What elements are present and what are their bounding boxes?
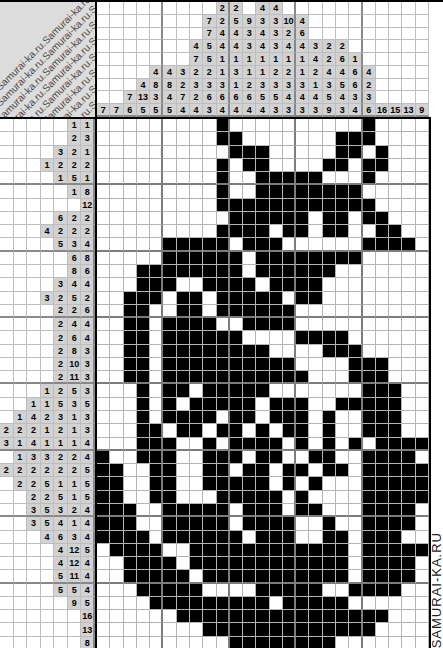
grid-cell-r36c11[interactable]	[230, 584, 243, 597]
grid-cell-r11c19[interactable]	[336, 252, 349, 265]
grid-cell-r30c25[interactable]	[416, 504, 429, 517]
grid-cell-r7c5[interactable]	[150, 199, 163, 212]
grid-cell-r38c19[interactable]	[336, 610, 349, 623]
grid-cell-r2c13[interactable]	[256, 132, 269, 145]
grid-cell-r22c23[interactable]	[389, 398, 402, 411]
grid-cell-r34c11[interactable]	[230, 557, 243, 570]
grid-cell-r30c16[interactable]	[296, 504, 309, 517]
grid-cell-r17c20[interactable]	[349, 331, 362, 344]
grid-cell-r17c3[interactable]	[124, 331, 137, 344]
grid-cell-r2c6[interactable]	[163, 132, 176, 145]
grid-cell-r40c18[interactable]	[323, 637, 336, 648]
grid-cell-r38c10[interactable]	[217, 610, 230, 623]
grid-cell-r15c13[interactable]	[256, 305, 269, 318]
grid-cell-r25c7[interactable]	[177, 438, 190, 451]
grid-cell-r26c7[interactable]	[177, 451, 190, 464]
grid-cell-r7c1[interactable]	[97, 199, 110, 212]
grid-cell-r13c8[interactable]	[190, 278, 203, 291]
grid-cell-r12c6[interactable]	[163, 265, 176, 278]
grid-cell-r31c21[interactable]	[363, 517, 376, 530]
grid-cell-r9c7[interactable]	[177, 225, 190, 238]
grid-cell-r29c24[interactable]	[402, 491, 415, 504]
grid-cell-r31c12[interactable]	[243, 517, 256, 530]
grid-cell-r32c16[interactable]	[296, 531, 309, 544]
grid-cell-r7c3[interactable]	[124, 199, 137, 212]
grid-cell-r10c20[interactable]	[349, 238, 362, 251]
grid-cell-r37c14[interactable]	[270, 597, 283, 610]
grid-cell-r35c4[interactable]	[137, 570, 150, 583]
grid-cell-r3c18[interactable]	[323, 146, 336, 159]
grid-cell-r31c13[interactable]	[256, 517, 269, 530]
grid-cell-r36c10[interactable]	[217, 584, 230, 597]
grid-cell-r40c14[interactable]	[270, 637, 283, 648]
grid-cell-r3c17[interactable]	[309, 146, 322, 159]
grid-cell-r8c11[interactable]	[230, 212, 243, 225]
grid-cell-r33c25[interactable]	[416, 544, 429, 557]
grid-cell-r15c8[interactable]	[190, 305, 203, 318]
grid-cell-r22c14[interactable]	[270, 398, 283, 411]
grid-cell-r37c15[interactable]	[283, 597, 296, 610]
grid-cell-r12c4[interactable]	[137, 265, 150, 278]
grid-cell-r20c17[interactable]	[309, 371, 322, 384]
grid-cell-r29c9[interactable]	[203, 491, 216, 504]
grid-cell-r9c21[interactable]	[363, 225, 376, 238]
grid-cell-r27c2[interactable]	[110, 464, 123, 477]
grid-cell-r30c19[interactable]	[336, 504, 349, 517]
grid-cell-r10c15[interactable]	[283, 238, 296, 251]
grid-cell-r7c8[interactable]	[190, 199, 203, 212]
grid-cell-r5c8[interactable]	[190, 172, 203, 185]
grid-cell-r22c2[interactable]	[110, 398, 123, 411]
grid-cell-r33c16[interactable]	[296, 544, 309, 557]
grid-cell-r37c7[interactable]	[177, 597, 190, 610]
grid-cell-r36c13[interactable]	[256, 584, 269, 597]
grid-cell-r20c22[interactable]	[376, 371, 389, 384]
grid-cell-r39c22[interactable]	[376, 623, 389, 636]
grid-cell-r4c7[interactable]	[177, 159, 190, 172]
grid-cell-r7c19[interactable]	[336, 199, 349, 212]
grid-cell-r7c16[interactable]	[296, 199, 309, 212]
grid-cell-r32c10[interactable]	[217, 531, 230, 544]
grid-cell-r17c2[interactable]	[110, 331, 123, 344]
grid-cell-r34c17[interactable]	[309, 557, 322, 570]
grid-cell-r4c21[interactable]	[363, 159, 376, 172]
grid-cell-r3c13[interactable]	[256, 146, 269, 159]
grid-cell-r36c25[interactable]	[416, 584, 429, 597]
grid-cell-r1c1[interactable]	[97, 119, 110, 132]
grid-cell-r7c21[interactable]	[363, 199, 376, 212]
grid-cell-r29c16[interactable]	[296, 491, 309, 504]
grid-cell-r5c11[interactable]	[230, 172, 243, 185]
grid-cell-r16c19[interactable]	[336, 318, 349, 331]
grid-cell-r37c6[interactable]	[163, 597, 176, 610]
grid-cell-r6c20[interactable]	[349, 185, 362, 198]
grid-cell-r32c2[interactable]	[110, 531, 123, 544]
grid-cell-r5c3[interactable]	[124, 172, 137, 185]
grid-cell-r21c4[interactable]	[137, 384, 150, 397]
grid-cell-r10c5[interactable]	[150, 238, 163, 251]
grid-cell-r20c19[interactable]	[336, 371, 349, 384]
grid-cell-r2c17[interactable]	[309, 132, 322, 145]
grid-cell-r1c20[interactable]	[349, 119, 362, 132]
grid-cell-r37c19[interactable]	[336, 597, 349, 610]
grid-cell-r25c4[interactable]	[137, 438, 150, 451]
grid-cell-r37c10[interactable]	[217, 597, 230, 610]
grid-cell-r19c14[interactable]	[270, 358, 283, 371]
grid-cell-r38c16[interactable]	[296, 610, 309, 623]
grid-cell-r31c14[interactable]	[270, 517, 283, 530]
grid-cell-r18c16[interactable]	[296, 345, 309, 358]
grid-cell-r27c16[interactable]	[296, 464, 309, 477]
grid-cell-r26c2[interactable]	[110, 451, 123, 464]
grid-cell-r4c20[interactable]	[349, 159, 362, 172]
grid-cell-r17c9[interactable]	[203, 331, 216, 344]
grid-cell-r15c20[interactable]	[349, 305, 362, 318]
grid-cell-r17c5[interactable]	[150, 331, 163, 344]
grid-cell-r40c10[interactable]	[217, 637, 230, 648]
grid-cell-r21c17[interactable]	[309, 384, 322, 397]
grid-cell-r29c13[interactable]	[256, 491, 269, 504]
grid-cell-r20c23[interactable]	[389, 371, 402, 384]
grid-cell-r8c5[interactable]	[150, 212, 163, 225]
grid-cell-r20c21[interactable]	[363, 371, 376, 384]
grid-cell-r12c13[interactable]	[256, 265, 269, 278]
grid-cell-r24c6[interactable]	[163, 424, 176, 437]
grid-cell-r38c12[interactable]	[243, 610, 256, 623]
grid-cell-r4c22[interactable]	[376, 159, 389, 172]
grid-cell-r9c10[interactable]	[217, 225, 230, 238]
grid-cell-r22c5[interactable]	[150, 398, 163, 411]
grid-cell-r4c13[interactable]	[256, 159, 269, 172]
grid-cell-r11c4[interactable]	[137, 252, 150, 265]
grid-cell-r25c13[interactable]	[256, 438, 269, 451]
grid-cell-r22c12[interactable]	[243, 398, 256, 411]
grid-cell-r14c19[interactable]	[336, 292, 349, 305]
grid-cell-r32c21[interactable]	[363, 531, 376, 544]
grid-cell-r36c8[interactable]	[190, 584, 203, 597]
grid-cell-r17c16[interactable]	[296, 331, 309, 344]
grid-cell-r20c2[interactable]	[110, 371, 123, 384]
grid-cell-r40c22[interactable]	[376, 637, 389, 648]
grid-cell-r16c20[interactable]	[349, 318, 362, 331]
grid-cell-r36c4[interactable]	[137, 584, 150, 597]
grid-cell-r15c9[interactable]	[203, 305, 216, 318]
grid-cell-r21c9[interactable]	[203, 384, 216, 397]
grid-cell-r11c18[interactable]	[323, 252, 336, 265]
grid-cell-r7c23[interactable]	[389, 199, 402, 212]
grid-cell-r13c23[interactable]	[389, 278, 402, 291]
grid-cell-r13c1[interactable]	[97, 278, 110, 291]
grid-cell-r13c18[interactable]	[323, 278, 336, 291]
grid-cell-r13c24[interactable]	[402, 278, 415, 291]
grid-cell-r4c23[interactable]	[389, 159, 402, 172]
grid-cell-r3c19[interactable]	[336, 146, 349, 159]
grid-cell-r8c18[interactable]	[323, 212, 336, 225]
grid-cell-r25c11[interactable]	[230, 438, 243, 451]
grid-cell-r32c6[interactable]	[163, 531, 176, 544]
grid-cell-r12c2[interactable]	[110, 265, 123, 278]
grid-cell-r16c11[interactable]	[230, 318, 243, 331]
grid-cell-r39c17[interactable]	[309, 623, 322, 636]
grid-cell-r16c21[interactable]	[363, 318, 376, 331]
grid-cell-r11c23[interactable]	[389, 252, 402, 265]
grid-cell-r32c12[interactable]	[243, 531, 256, 544]
grid-cell-r3c10[interactable]	[217, 146, 230, 159]
grid-cell-r17c22[interactable]	[376, 331, 389, 344]
grid-cell-r17c12[interactable]	[243, 331, 256, 344]
grid-cell-r29c20[interactable]	[349, 491, 362, 504]
grid-cell-r17c23[interactable]	[389, 331, 402, 344]
grid-cell-r6c7[interactable]	[177, 185, 190, 198]
grid-cell-r21c12[interactable]	[243, 384, 256, 397]
grid-cell-r17c18[interactable]	[323, 331, 336, 344]
grid-cell-r2c10[interactable]	[217, 132, 230, 145]
grid-cell-r30c13[interactable]	[256, 504, 269, 517]
grid-cell-r1c18[interactable]	[323, 119, 336, 132]
grid-cell-r4c5[interactable]	[150, 159, 163, 172]
grid-cell-r36c14[interactable]	[270, 584, 283, 597]
grid-cell-r16c1[interactable]	[97, 318, 110, 331]
grid-cell-r38c5[interactable]	[150, 610, 163, 623]
grid-cell-r1c21[interactable]	[363, 119, 376, 132]
grid-cell-r4c24[interactable]	[402, 159, 415, 172]
grid-cell-r13c25[interactable]	[416, 278, 429, 291]
grid-cell-r6c8[interactable]	[190, 185, 203, 198]
grid-cell-r23c5[interactable]	[150, 411, 163, 424]
grid-cell-r16c16[interactable]	[296, 318, 309, 331]
grid-cell-r33c21[interactable]	[363, 544, 376, 557]
grid-cell-r13c22[interactable]	[376, 278, 389, 291]
grid-cell-r8c4[interactable]	[137, 212, 150, 225]
grid-cell-r27c14[interactable]	[270, 464, 283, 477]
grid-cell-r6c25[interactable]	[416, 185, 429, 198]
grid-cell-r16c24[interactable]	[402, 318, 415, 331]
grid-cell-r23c6[interactable]	[163, 411, 176, 424]
grid-cell-r39c24[interactable]	[402, 623, 415, 636]
grid-cell-r31c11[interactable]	[230, 517, 243, 530]
grid-cell-r27c8[interactable]	[190, 464, 203, 477]
grid-cell-r26c13[interactable]	[256, 451, 269, 464]
grid-cell-r5c21[interactable]	[363, 172, 376, 185]
grid-cell-r22c1[interactable]	[97, 398, 110, 411]
grid-cell-r29c2[interactable]	[110, 491, 123, 504]
grid-cell-r18c4[interactable]	[137, 345, 150, 358]
grid-cell-r6c14[interactable]	[270, 185, 283, 198]
grid-cell-r7c2[interactable]	[110, 199, 123, 212]
grid-cell-r7c7[interactable]	[177, 199, 190, 212]
grid-cell-r15c7[interactable]	[177, 305, 190, 318]
grid-cell-r23c16[interactable]	[296, 411, 309, 424]
grid-cell-r20c13[interactable]	[256, 371, 269, 384]
grid-cell-r35c17[interactable]	[309, 570, 322, 583]
grid-cell-r19c20[interactable]	[349, 358, 362, 371]
grid-cell-r31c10[interactable]	[217, 517, 230, 530]
grid-cell-r13c19[interactable]	[336, 278, 349, 291]
grid-cell-r31c23[interactable]	[389, 517, 402, 530]
grid-cell-r23c2[interactable]	[110, 411, 123, 424]
grid-cell-r1c5[interactable]	[150, 119, 163, 132]
grid-cell-r40c15[interactable]	[283, 637, 296, 648]
grid-cell-r32c23[interactable]	[389, 531, 402, 544]
grid-cell-r4c6[interactable]	[163, 159, 176, 172]
grid-cell-r30c7[interactable]	[177, 504, 190, 517]
grid-cell-r28c15[interactable]	[283, 477, 296, 490]
grid-cell-r9c24[interactable]	[402, 225, 415, 238]
grid-cell-r28c19[interactable]	[336, 477, 349, 490]
grid-cell-r9c9[interactable]	[203, 225, 216, 238]
grid-cell-r15c1[interactable]	[97, 305, 110, 318]
grid-cell-r9c1[interactable]	[97, 225, 110, 238]
grid-cell-r34c7[interactable]	[177, 557, 190, 570]
grid-cell-r12c5[interactable]	[150, 265, 163, 278]
grid-cell-r14c21[interactable]	[363, 292, 376, 305]
grid-cell-r39c3[interactable]	[124, 623, 137, 636]
grid-cell-r21c19[interactable]	[336, 384, 349, 397]
grid-cell-r18c9[interactable]	[203, 345, 216, 358]
grid-cell-r18c17[interactable]	[309, 345, 322, 358]
grid-cell-r6c16[interactable]	[296, 185, 309, 198]
grid-cell-r7c22[interactable]	[376, 199, 389, 212]
grid-cell-r40c6[interactable]	[163, 637, 176, 648]
grid-cell-r11c15[interactable]	[283, 252, 296, 265]
grid-cell-r4c2[interactable]	[110, 159, 123, 172]
grid-cell-r16c7[interactable]	[177, 318, 190, 331]
grid-cell-r4c18[interactable]	[323, 159, 336, 172]
grid-cell-r12c7[interactable]	[177, 265, 190, 278]
grid-cell-r34c9[interactable]	[203, 557, 216, 570]
grid-cell-r26c8[interactable]	[190, 451, 203, 464]
grid-cell-r31c7[interactable]	[177, 517, 190, 530]
grid-cell-r28c8[interactable]	[190, 477, 203, 490]
grid-cell-r34c2[interactable]	[110, 557, 123, 570]
grid-cell-r9c12[interactable]	[243, 225, 256, 238]
grid-cell-r26c17[interactable]	[309, 451, 322, 464]
grid-cell-r38c23[interactable]	[389, 610, 402, 623]
grid-cell-r6c1[interactable]	[97, 185, 110, 198]
grid-cell-r6c19[interactable]	[336, 185, 349, 198]
grid-cell-r26c1[interactable]	[97, 451, 110, 464]
grid-cell-r2c24[interactable]	[402, 132, 415, 145]
grid-cell-r17c7[interactable]	[177, 331, 190, 344]
grid-cell-r12c19[interactable]	[336, 265, 349, 278]
grid-cell-r23c14[interactable]	[270, 411, 283, 424]
grid-cell-r1c3[interactable]	[124, 119, 137, 132]
grid-cell-r20c20[interactable]	[349, 371, 362, 384]
grid-cell-r24c2[interactable]	[110, 424, 123, 437]
grid-cell-r8c16[interactable]	[296, 212, 309, 225]
grid-cell-r23c4[interactable]	[137, 411, 150, 424]
grid-cell-r22c18[interactable]	[323, 398, 336, 411]
grid-cell-r29c4[interactable]	[137, 491, 150, 504]
grid-cell-r37c20[interactable]	[349, 597, 362, 610]
grid-cell-r4c25[interactable]	[416, 159, 429, 172]
grid-cell-r2c25[interactable]	[416, 132, 429, 145]
grid-cell-r18c15[interactable]	[283, 345, 296, 358]
grid-cell-r36c21[interactable]	[363, 584, 376, 597]
grid-cell-r35c23[interactable]	[389, 570, 402, 583]
grid-cell-r26c16[interactable]	[296, 451, 309, 464]
grid-cell-r15c23[interactable]	[389, 305, 402, 318]
grid-cell-r7c13[interactable]	[256, 199, 269, 212]
grid-cell-r38c2[interactable]	[110, 610, 123, 623]
grid-cell-r16c17[interactable]	[309, 318, 322, 331]
grid-cell-r23c24[interactable]	[402, 411, 415, 424]
grid-cell-r8c1[interactable]	[97, 212, 110, 225]
grid-cell-r10c11[interactable]	[230, 238, 243, 251]
grid-cell-r21c21[interactable]	[363, 384, 376, 397]
grid-cell-r13c6[interactable]	[163, 278, 176, 291]
grid-cell-r10c22[interactable]	[376, 238, 389, 251]
grid-cell-r28c21[interactable]	[363, 477, 376, 490]
grid-cell-r22c20[interactable]	[349, 398, 362, 411]
grid-cell-r21c22[interactable]	[376, 384, 389, 397]
grid-cell-r22c10[interactable]	[217, 398, 230, 411]
grid-cell-r19c15[interactable]	[283, 358, 296, 371]
grid-cell-r12c24[interactable]	[402, 265, 415, 278]
grid-cell-r3c21[interactable]	[363, 146, 376, 159]
grid-cell-r15c17[interactable]	[309, 305, 322, 318]
grid-cell-r18c23[interactable]	[389, 345, 402, 358]
grid-cell-r6c21[interactable]	[363, 185, 376, 198]
grid-cell-r34c25[interactable]	[416, 557, 429, 570]
grid-cell-r4c8[interactable]	[190, 159, 203, 172]
grid-cell-r15c19[interactable]	[336, 305, 349, 318]
grid-cell-r18c18[interactable]	[323, 345, 336, 358]
grid-cell-r20c14[interactable]	[270, 371, 283, 384]
grid-cell-r40c1[interactable]	[97, 637, 110, 648]
grid-cell-r26c3[interactable]	[124, 451, 137, 464]
grid-cell-r7c18[interactable]	[323, 199, 336, 212]
grid-cell-r8c23[interactable]	[389, 212, 402, 225]
grid-cell-r16c22[interactable]	[376, 318, 389, 331]
grid-cell-r24c13[interactable]	[256, 424, 269, 437]
grid-cell-r27c4[interactable]	[137, 464, 150, 477]
grid-cell-r2c20[interactable]	[349, 132, 362, 145]
grid-cell-r37c2[interactable]	[110, 597, 123, 610]
grid-cell-r16c6[interactable]	[163, 318, 176, 331]
grid-cell-r4c19[interactable]	[336, 159, 349, 172]
grid-cell-r30c23[interactable]	[389, 504, 402, 517]
grid-cell-r8c14[interactable]	[270, 212, 283, 225]
grid-cell-r26c18[interactable]	[323, 451, 336, 464]
grid-cell-r21c6[interactable]	[163, 384, 176, 397]
grid-cell-r19c8[interactable]	[190, 358, 203, 371]
grid-cell-r22c17[interactable]	[309, 398, 322, 411]
grid-cell-r38c7[interactable]	[177, 610, 190, 623]
grid-cell-r38c6[interactable]	[163, 610, 176, 623]
grid-cell-r12c18[interactable]	[323, 265, 336, 278]
grid-cell-r12c15[interactable]	[283, 265, 296, 278]
grid-cell-r8c21[interactable]	[363, 212, 376, 225]
grid-cell-r11c22[interactable]	[376, 252, 389, 265]
grid-cell-r6c4[interactable]	[137, 185, 150, 198]
grid-cell-r10c8[interactable]	[190, 238, 203, 251]
grid-cell-r3c2[interactable]	[110, 146, 123, 159]
grid-cell-r2c2[interactable]	[110, 132, 123, 145]
grid-cell-r37c4[interactable]	[137, 597, 150, 610]
grid-cell-r17c15[interactable]	[283, 331, 296, 344]
grid-cell-r21c7[interactable]	[177, 384, 190, 397]
grid-cell-r6c13[interactable]	[256, 185, 269, 198]
grid-cell-r22c19[interactable]	[336, 398, 349, 411]
grid-cell-r37c13[interactable]	[256, 597, 269, 610]
grid-cell-r14c16[interactable]	[296, 292, 309, 305]
grid-cell-r11c11[interactable]	[230, 252, 243, 265]
grid-cell-r3c7[interactable]	[177, 146, 190, 159]
grid-cell-r39c9[interactable]	[203, 623, 216, 636]
grid-cell-r30c17[interactable]	[309, 504, 322, 517]
grid-cell-r40c8[interactable]	[190, 637, 203, 648]
